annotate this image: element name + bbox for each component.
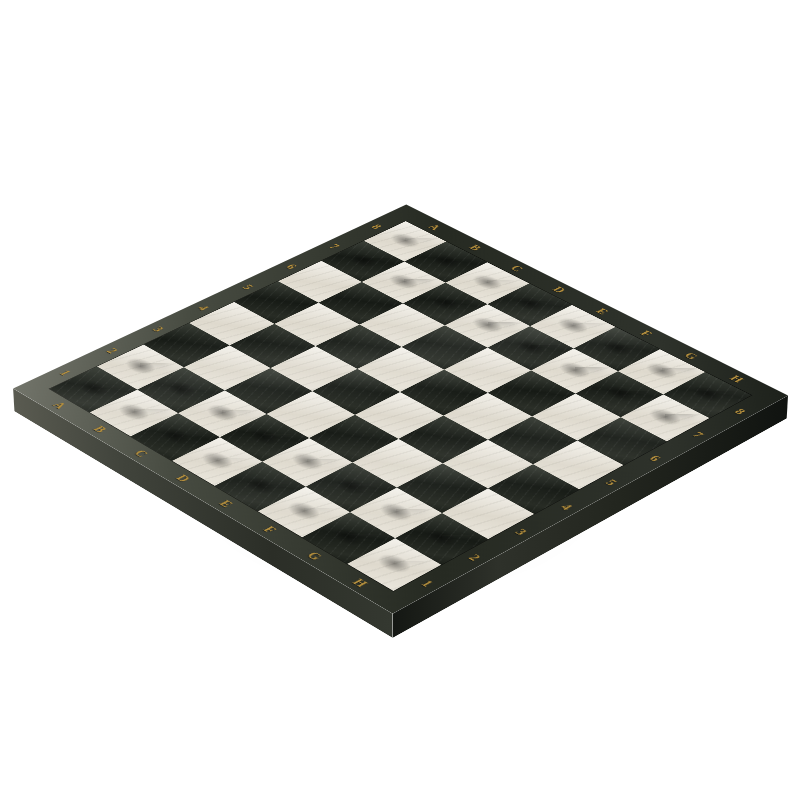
black-pawn-glyph: ♟ — [574, 312, 756, 425]
white-rook-glyph: ♜ — [298, 445, 491, 573]
scene: ABCDEFGH ABCDEFGH 87654321 87654321 ♜♞♝♛… — [0, 0, 800, 800]
chessboard-3d: ABCDEFGH ABCDEFGH 87654321 87654321 ♜♞♝♛… — [13, 205, 788, 614]
photo-canvas: ABCDEFGH ABCDEFGH 87654321 87654321 ♜♞♝♛… — [0, 0, 800, 800]
